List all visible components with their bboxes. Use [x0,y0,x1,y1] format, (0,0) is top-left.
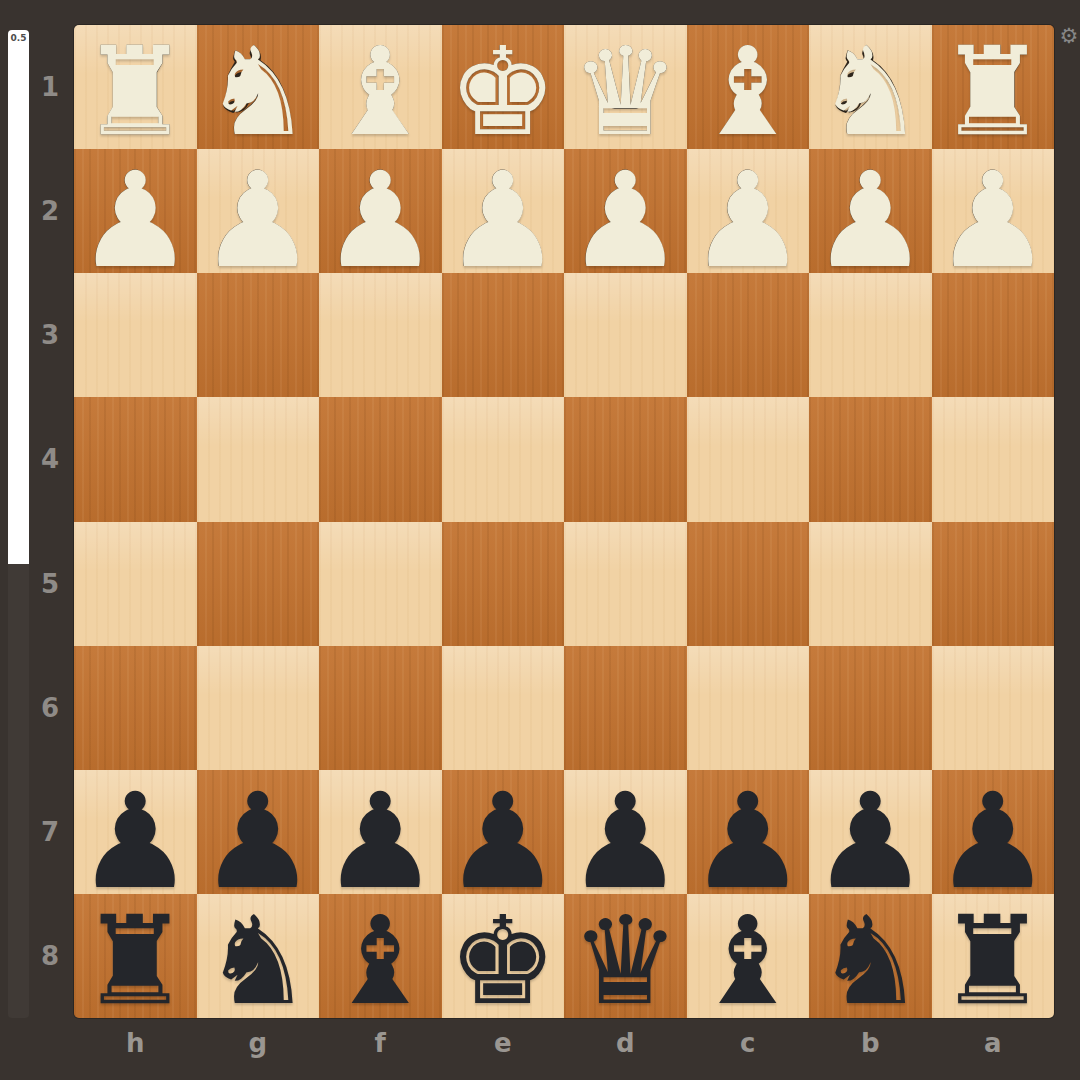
white-pawn[interactable]: ♟♙ [932,154,1055,278]
square-b5[interactable] [809,522,932,646]
square-b2[interactable]: ♟♙ [809,149,932,273]
eval-bar-white-section: 0.5 [8,30,29,564]
eval-score: 0.5 [11,33,27,43]
file-labels: h g f e d c b a [74,1018,1054,1068]
square-f1[interactable]: ♝♗ [319,25,442,149]
file-label: c [687,1018,810,1068]
square-h5[interactable] [74,522,197,646]
square-g1[interactable]: ♞♘ [197,25,320,149]
square-a2[interactable]: ♟♙ [932,149,1055,273]
square-d5[interactable] [564,522,687,646]
square-b1[interactable]: ♞♘ [809,25,932,149]
black-pawn[interactable]: ♟ [197,775,320,899]
square-e8[interactable]: ♚ [442,894,565,1018]
square-c3[interactable] [687,273,810,397]
rank-label: 2 [32,149,68,273]
square-c2[interactable]: ♟♙ [687,149,810,273]
square-e3[interactable] [442,273,565,397]
rank-label: 4 [32,397,68,521]
white-pawn[interactable]: ♟♙ [197,154,320,278]
square-e6[interactable] [442,646,565,770]
square-e4[interactable] [442,397,565,521]
square-f7[interactable]: ♟ [319,770,442,894]
square-e2[interactable]: ♟♙ [442,149,565,273]
white-pawn[interactable]: ♟♙ [319,154,442,278]
rank-label: 6 [32,646,68,770]
black-bishop[interactable]: ♝ [319,899,442,1018]
square-c4[interactable] [687,397,810,521]
square-b4[interactable] [809,397,932,521]
square-c8[interactable]: ♝ [687,894,810,1018]
rank-label: 3 [32,273,68,397]
square-e7[interactable]: ♟ [442,770,565,894]
square-c6[interactable] [687,646,810,770]
white-bishop[interactable]: ♝♗ [319,30,442,154]
square-h4[interactable] [74,397,197,521]
white-king[interactable]: ♚♔ [442,30,565,154]
app-background: 0.5 1 2 3 4 5 6 7 8 ♜♖♞♘♝♗♚♔♛♕♝♗♞♘♜♖♟♙♟♙… [0,0,1080,1080]
file-label: d [564,1018,687,1068]
black-pawn[interactable]: ♟ [564,775,687,899]
square-g7[interactable]: ♟ [197,770,320,894]
white-knight[interactable]: ♞♘ [809,30,932,154]
square-f3[interactable] [319,273,442,397]
white-pawn[interactable]: ♟♙ [442,154,565,278]
square-a4[interactable] [932,397,1055,521]
rank-label: 8 [32,894,68,1018]
square-f8[interactable]: ♝ [319,894,442,1018]
square-d1[interactable]: ♛♕ [564,25,687,149]
white-rook[interactable]: ♜♖ [932,30,1055,154]
square-f2[interactable]: ♟♙ [319,149,442,273]
square-e5[interactable] [442,522,565,646]
square-e1[interactable]: ♚♔ [442,25,565,149]
file-label: b [809,1018,932,1068]
square-h1[interactable]: ♜♖ [74,25,197,149]
rank-label: 1 [32,25,68,149]
square-f4[interactable] [319,397,442,521]
rank-labels: 1 2 3 4 5 6 7 8 [32,25,68,1018]
square-a6[interactable] [932,646,1055,770]
black-pawn[interactable]: ♟ [74,775,197,899]
black-bishop[interactable]: ♝ [687,899,810,1018]
black-knight[interactable]: ♞ [809,899,932,1018]
square-a3[interactable] [932,273,1055,397]
file-label: h [74,1018,197,1068]
gear-icon[interactable]: ⚙ [1057,24,1080,48]
white-pawn[interactable]: ♟♙ [564,154,687,278]
square-g3[interactable] [197,273,320,397]
square-g4[interactable] [197,397,320,521]
square-h3[interactable] [74,273,197,397]
square-b8[interactable]: ♞ [809,894,932,1018]
square-a7[interactable]: ♟ [932,770,1055,894]
black-queen[interactable]: ♛ [564,899,687,1018]
rank-label: 5 [32,522,68,646]
square-a1[interactable]: ♜♖ [932,25,1055,149]
square-g5[interactable] [197,522,320,646]
chess-board[interactable]: ♜♖♞♘♝♗♚♔♛♕♝♗♞♘♜♖♟♙♟♙♟♙♟♙♟♙♟♙♟♙♟♙♟♟♟♟♟♟♟♟… [74,25,1054,1018]
file-label: f [319,1018,442,1068]
file-label: g [197,1018,320,1068]
white-queen[interactable]: ♛♕ [564,30,687,154]
square-d3[interactable] [564,273,687,397]
file-label: a [932,1018,1055,1068]
square-d7[interactable]: ♟ [564,770,687,894]
square-f5[interactable] [319,522,442,646]
square-g8[interactable]: ♞ [197,894,320,1018]
black-pawn[interactable]: ♟ [442,775,565,899]
square-c7[interactable]: ♟ [687,770,810,894]
square-d6[interactable] [564,646,687,770]
square-h8[interactable]: ♜ [74,894,197,1018]
square-d8[interactable]: ♛ [564,894,687,1018]
square-d4[interactable] [564,397,687,521]
square-a8[interactable]: ♜ [932,894,1055,1018]
square-h7[interactable]: ♟ [74,770,197,894]
square-f6[interactable] [319,646,442,770]
black-king[interactable]: ♚ [442,899,565,1018]
black-rook[interactable]: ♜ [74,899,197,1018]
square-b7[interactable]: ♟ [809,770,932,894]
black-pawn[interactable]: ♟ [809,775,932,899]
square-a5[interactable] [932,522,1055,646]
square-h6[interactable] [74,646,197,770]
square-d2[interactable]: ♟♙ [564,149,687,273]
white-pawn[interactable]: ♟♙ [687,154,810,278]
square-c5[interactable] [687,522,810,646]
white-rook[interactable]: ♜♖ [74,30,197,154]
black-pawn[interactable]: ♟ [932,775,1055,899]
black-knight[interactable]: ♞ [197,899,320,1018]
black-pawn[interactable]: ♟ [687,775,810,899]
file-label: e [442,1018,565,1068]
black-rook[interactable]: ♜ [932,899,1055,1018]
square-b6[interactable] [809,646,932,770]
eval-bar: 0.5 [8,30,29,1018]
rank-label: 7 [32,770,68,894]
black-pawn[interactable]: ♟ [319,775,442,899]
square-g2[interactable]: ♟♙ [197,149,320,273]
square-c1[interactable]: ♝♗ [687,25,810,149]
square-h2[interactable]: ♟♙ [74,149,197,273]
white-pawn[interactable]: ♟♙ [809,154,932,278]
white-knight[interactable]: ♞♘ [197,30,320,154]
white-bishop[interactable]: ♝♗ [687,30,810,154]
square-b3[interactable] [809,273,932,397]
white-pawn[interactable]: ♟♙ [74,154,197,278]
square-g6[interactable] [197,646,320,770]
